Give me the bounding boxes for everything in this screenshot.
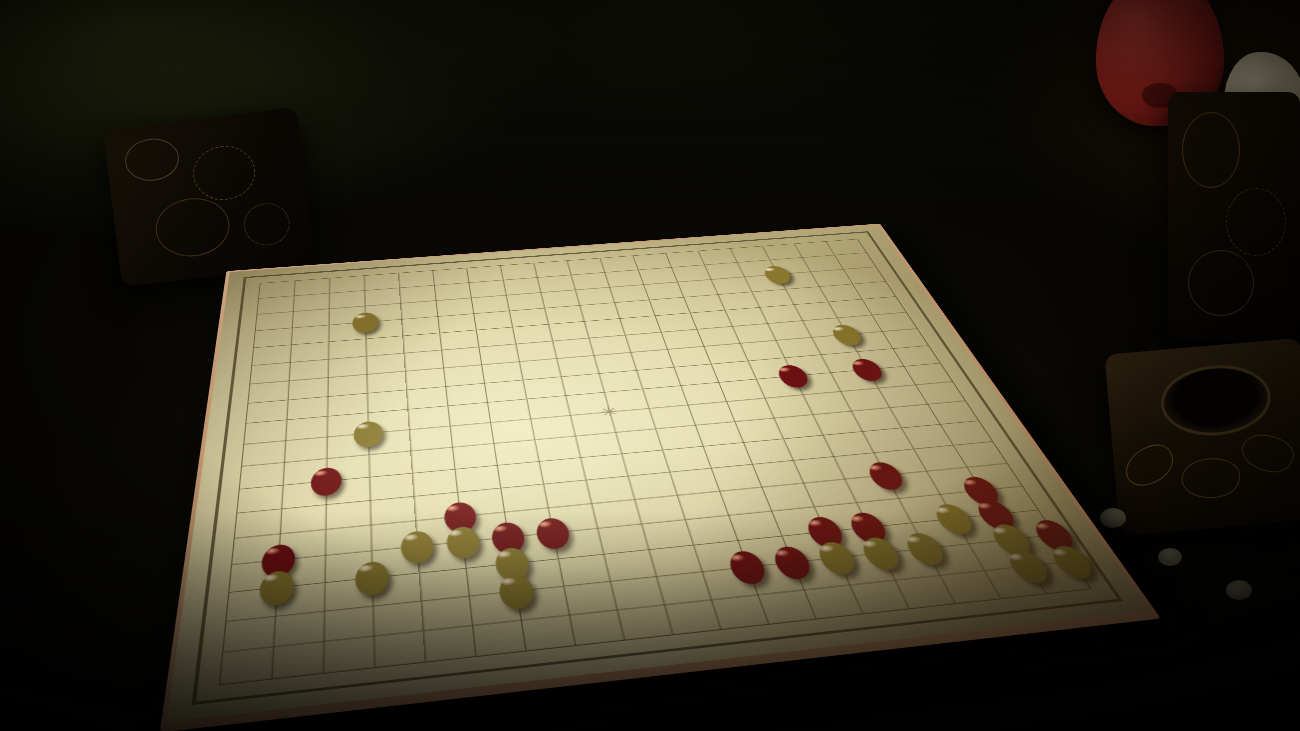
photo-scene-go-board-on-table: ✳ ●●●●●●●●●●●●●●●●●●●●●●●●●●●●●●●● <box>0 0 1300 731</box>
carved-lacquer-box <box>103 107 316 288</box>
carved-stone-bowl-box <box>1104 338 1300 536</box>
bowl-opening <box>1158 361 1274 440</box>
tengen-flower-icon: ✳ <box>599 405 621 419</box>
carved-wood-stand <box>1168 92 1300 340</box>
